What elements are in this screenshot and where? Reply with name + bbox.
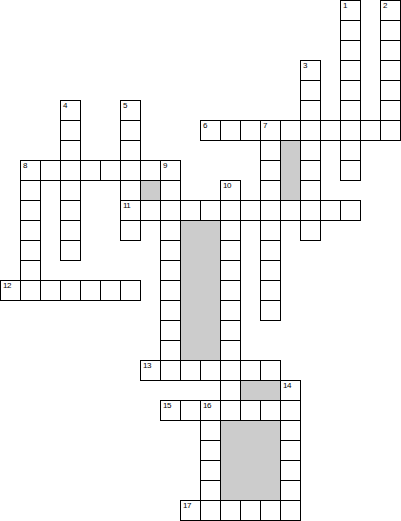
grid-cell[interactable]: 13 <box>140 360 161 381</box>
grid-cell[interactable] <box>160 200 181 221</box>
grid-cell[interactable] <box>260 160 281 181</box>
grid-cell[interactable] <box>160 240 181 261</box>
grid-cell[interactable] <box>20 200 41 221</box>
grid-cell[interactable] <box>160 260 181 281</box>
grid-cell[interactable] <box>260 260 281 281</box>
grid-cell[interactable] <box>60 140 81 161</box>
grid-cell[interactable] <box>380 20 401 41</box>
grid-cell[interactable] <box>220 120 241 141</box>
grid-cell[interactable] <box>340 200 361 221</box>
grid-cell[interactable] <box>20 280 41 301</box>
shaded-region <box>140 180 161 201</box>
grid-cell[interactable] <box>380 100 401 121</box>
grid-cell[interactable] <box>60 200 81 221</box>
grid-cell[interactable] <box>260 400 281 421</box>
grid-cell[interactable] <box>300 220 321 241</box>
clue-number: 3 <box>303 61 307 70</box>
grid-cell[interactable]: 9 <box>160 160 181 181</box>
grid-cell[interactable]: 3 <box>300 60 321 81</box>
grid-cell[interactable] <box>300 120 321 141</box>
grid-cell[interactable] <box>240 360 261 381</box>
grid-cell[interactable] <box>300 80 321 101</box>
grid-cell[interactable] <box>100 160 121 181</box>
clue-number: 17 <box>183 501 191 510</box>
grid-cell[interactable] <box>380 120 401 141</box>
grid-cell[interactable] <box>220 200 241 221</box>
clue-number: 13 <box>143 361 151 370</box>
grid-cell[interactable] <box>120 120 141 141</box>
grid-cell[interactable] <box>200 360 221 381</box>
grid-cell[interactable] <box>120 220 141 241</box>
grid-cell[interactable] <box>300 140 321 161</box>
clue-number: 9 <box>163 161 167 170</box>
grid-cell[interactable] <box>100 280 121 301</box>
clue-number: 2 <box>383 1 387 10</box>
clue-number: 4 <box>63 101 67 110</box>
grid-cell[interactable] <box>60 180 81 201</box>
grid-cell[interactable]: 10 <box>220 180 241 201</box>
clue-number: 5 <box>123 101 127 110</box>
grid-cell[interactable] <box>380 40 401 61</box>
clue-number: 11 <box>123 201 130 210</box>
crossword-board: 1234511678910121314151617 <box>0 0 401 521</box>
grid-cell[interactable] <box>160 360 181 381</box>
grid-cell[interactable] <box>260 360 281 381</box>
grid-cell[interactable] <box>320 120 341 141</box>
clue-number: 16 <box>203 401 211 410</box>
shaded-region <box>280 140 301 201</box>
grid-cell[interactable] <box>260 220 281 241</box>
grid-cell[interactable] <box>60 160 81 181</box>
grid-cell[interactable] <box>200 200 221 221</box>
grid-cell[interactable] <box>360 120 381 141</box>
grid-cell[interactable] <box>340 120 361 141</box>
grid-cell[interactable] <box>140 200 161 221</box>
grid-cell[interactable] <box>80 280 101 301</box>
grid-cell[interactable] <box>20 180 41 201</box>
clue-number: 10 <box>223 181 231 190</box>
grid-cell[interactable] <box>60 240 81 261</box>
grid-cell[interactable] <box>120 180 141 201</box>
clue-number: 12 <box>3 281 11 290</box>
grid-cell[interactable] <box>260 180 281 201</box>
grid-cell[interactable] <box>300 100 321 121</box>
grid-cell[interactable] <box>180 400 201 421</box>
clue-number: 8 <box>23 161 27 170</box>
grid-cell[interactable]: 11 <box>120 200 141 221</box>
grid-cell[interactable] <box>280 480 301 501</box>
grid-cell[interactable] <box>260 200 281 221</box>
grid-cell[interactable] <box>120 280 141 301</box>
grid-cell[interactable] <box>280 120 301 141</box>
grid-cell[interactable] <box>280 440 301 461</box>
grid-cell[interactable] <box>60 120 81 141</box>
grid-cell[interactable] <box>40 160 61 181</box>
grid-cell[interactable] <box>220 340 241 361</box>
grid-cell[interactable] <box>240 500 261 521</box>
grid-cell[interactable] <box>200 460 221 481</box>
grid-cell[interactable] <box>240 200 261 221</box>
shaded-region <box>220 420 281 501</box>
grid-cell[interactable]: 14 <box>280 380 301 401</box>
grid-cell[interactable] <box>180 360 201 381</box>
grid-cell[interactable] <box>260 240 281 261</box>
clue-number: 1 <box>343 1 347 10</box>
grid-cell[interactable] <box>160 280 181 301</box>
grid-cell[interactable]: 5 <box>120 100 141 121</box>
grid-cell[interactable] <box>160 340 181 361</box>
clue-number: 6 <box>203 121 207 130</box>
grid-cell[interactable]: 15 <box>160 400 181 421</box>
grid-cell[interactable] <box>340 20 361 41</box>
grid-cell[interactable] <box>220 400 241 421</box>
grid-cell[interactable]: 17 <box>180 500 201 521</box>
grid-cell[interactable] <box>20 240 41 261</box>
grid-cell[interactable] <box>340 140 361 161</box>
grid-cell[interactable] <box>340 80 361 101</box>
grid-cell[interactable] <box>220 260 241 281</box>
grid-cell[interactable] <box>200 420 221 441</box>
grid-cell[interactable] <box>60 280 81 301</box>
grid-cell[interactable]: 6 <box>200 120 221 141</box>
grid-cell[interactable] <box>240 400 261 421</box>
grid-cell[interactable] <box>300 200 321 221</box>
grid-cell[interactable] <box>60 220 81 241</box>
grid-cell[interactable] <box>340 60 361 81</box>
grid-cell[interactable] <box>280 460 301 481</box>
grid-cell[interactable] <box>280 420 301 441</box>
grid-cell[interactable] <box>160 180 181 201</box>
grid-cell[interactable]: 8 <box>20 160 41 181</box>
grid-cell[interactable] <box>340 160 361 181</box>
grid-cell[interactable] <box>280 200 301 221</box>
grid-cell[interactable]: 2 <box>380 0 401 21</box>
grid-cell[interactable] <box>260 300 281 321</box>
grid-cell[interactable] <box>260 280 281 301</box>
grid-cell[interactable] <box>140 160 161 181</box>
shaded-region <box>180 220 221 361</box>
grid-cell[interactable] <box>120 160 141 181</box>
grid-cell[interactable]: 7 <box>260 120 281 141</box>
grid-cell[interactable]: 16 <box>200 400 221 421</box>
grid-cell[interactable] <box>340 40 361 61</box>
grid-cell[interactable] <box>300 160 321 181</box>
grid-cell[interactable] <box>380 80 401 101</box>
grid-cell[interactable] <box>220 220 241 241</box>
grid-cell[interactable] <box>20 260 41 281</box>
grid-cell[interactable] <box>220 240 241 261</box>
grid-cell[interactable]: 4 <box>60 100 81 121</box>
grid-cell[interactable] <box>200 480 221 501</box>
grid-cell[interactable] <box>180 200 201 221</box>
grid-cell[interactable] <box>220 500 241 521</box>
grid-cell[interactable] <box>280 500 301 521</box>
grid-cell[interactable] <box>240 120 261 141</box>
clue-number: 15 <box>163 401 171 410</box>
grid-cell[interactable] <box>260 140 281 161</box>
grid-cell[interactable] <box>220 300 241 321</box>
grid-cell[interactable] <box>200 440 221 461</box>
grid-cell[interactable] <box>220 320 241 341</box>
grid-cell[interactable] <box>380 60 401 81</box>
grid-cell[interactable] <box>220 280 241 301</box>
grid-cell[interactable] <box>160 220 181 241</box>
grid-cell[interactable] <box>220 380 241 401</box>
shaded-region <box>240 380 281 401</box>
grid-cell[interactable] <box>120 140 141 161</box>
grid-cell[interactable] <box>260 500 281 521</box>
grid-cell[interactable] <box>220 360 241 381</box>
grid-cell[interactable] <box>160 300 181 321</box>
grid-cell[interactable] <box>340 100 361 121</box>
grid-cell[interactable] <box>20 220 41 241</box>
grid-cell[interactable] <box>200 500 221 521</box>
clue-number: 7 <box>263 121 267 130</box>
clue-number: 14 <box>283 381 291 390</box>
grid-cell[interactable] <box>320 200 341 221</box>
grid-cell[interactable]: 12 <box>0 280 21 301</box>
grid-cell[interactable] <box>40 280 61 301</box>
grid-cell[interactable] <box>160 320 181 341</box>
grid-cell[interactable]: 1 <box>340 0 361 21</box>
grid-cell[interactable] <box>80 160 101 181</box>
grid-cell[interactable] <box>280 400 301 421</box>
grid-cell[interactable] <box>300 180 321 201</box>
